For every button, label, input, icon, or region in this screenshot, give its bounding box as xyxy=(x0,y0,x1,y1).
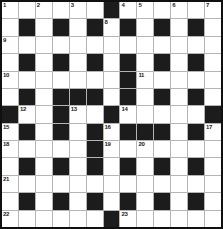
white-cell[interactable] xyxy=(154,211,170,227)
white-cell[interactable] xyxy=(87,72,103,88)
black-cell xyxy=(104,106,120,122)
clue-number: 7 xyxy=(206,2,209,9)
white-cell[interactable]: 18 xyxy=(2,141,18,157)
clue-number: 8 xyxy=(105,19,108,26)
white-cell[interactable]: 6 xyxy=(171,2,187,18)
black-cell xyxy=(70,89,86,105)
black-cell xyxy=(188,124,204,140)
white-cell[interactable]: 22 xyxy=(2,211,18,227)
white-cell[interactable] xyxy=(154,72,170,88)
white-cell[interactable] xyxy=(137,158,153,174)
black-cell xyxy=(87,141,103,157)
white-cell[interactable] xyxy=(87,176,103,192)
black-cell xyxy=(154,124,170,140)
black-cell xyxy=(19,124,35,140)
white-cell[interactable]: 15 xyxy=(2,124,18,140)
white-cell[interactable] xyxy=(171,141,187,157)
white-cell[interactable]: 9 xyxy=(2,37,18,53)
black-cell xyxy=(188,193,204,209)
white-cell[interactable] xyxy=(104,158,120,174)
black-cell xyxy=(19,158,35,174)
clue-number: 6 xyxy=(172,2,175,9)
white-cell[interactable]: 21 xyxy=(2,176,18,192)
white-cell[interactable] xyxy=(188,106,204,122)
white-cell[interactable] xyxy=(154,141,170,157)
white-cell[interactable] xyxy=(70,158,86,174)
white-cell[interactable] xyxy=(154,37,170,53)
clue-number: 11 xyxy=(138,72,144,79)
black-cell xyxy=(154,158,170,174)
clue-number: 18 xyxy=(3,141,9,148)
white-cell[interactable] xyxy=(137,19,153,35)
black-cell xyxy=(137,124,153,140)
clue-number: 22 xyxy=(3,211,9,218)
white-cell[interactable] xyxy=(205,211,221,227)
white-cell[interactable] xyxy=(154,106,170,122)
white-cell[interactable]: 10 xyxy=(2,72,18,88)
white-cell[interactable] xyxy=(53,2,69,18)
white-cell[interactable] xyxy=(36,72,52,88)
white-cell[interactable] xyxy=(70,211,86,227)
clue-number: 4 xyxy=(121,2,124,9)
white-cell[interactable] xyxy=(2,89,18,105)
white-cell[interactable]: 17 xyxy=(205,124,221,140)
black-cell xyxy=(188,158,204,174)
white-cell[interactable] xyxy=(36,141,52,157)
black-cell xyxy=(205,106,221,122)
clue-number: 15 xyxy=(3,124,9,131)
white-cell[interactable] xyxy=(137,106,153,122)
black-cell xyxy=(53,158,69,174)
white-cell[interactable] xyxy=(70,72,86,88)
white-cell[interactable]: 19 xyxy=(104,141,120,157)
white-cell[interactable] xyxy=(70,176,86,192)
black-cell xyxy=(19,193,35,209)
white-cell[interactable]: 14 xyxy=(120,106,136,122)
clue-number: 5 xyxy=(138,2,141,9)
crossword-board: 1234567891011121314151617181920212223 xyxy=(0,0,223,229)
white-cell[interactable] xyxy=(36,19,52,35)
white-cell[interactable] xyxy=(36,176,52,192)
black-cell xyxy=(53,106,69,122)
white-cell[interactable]: 7 xyxy=(205,2,221,18)
white-cell[interactable] xyxy=(188,141,204,157)
white-cell[interactable] xyxy=(171,54,187,70)
white-cell[interactable] xyxy=(188,176,204,192)
white-cell[interactable] xyxy=(70,54,86,70)
white-cell[interactable] xyxy=(137,193,153,209)
black-cell xyxy=(188,54,204,70)
black-cell xyxy=(19,54,35,70)
black-cell xyxy=(19,19,35,35)
white-cell[interactable] xyxy=(188,72,204,88)
white-cell[interactable] xyxy=(36,54,52,70)
clue-number: 20 xyxy=(138,141,144,148)
black-cell xyxy=(53,54,69,70)
white-cell[interactable] xyxy=(2,158,18,174)
white-cell[interactable] xyxy=(205,37,221,53)
white-cell[interactable]: 13 xyxy=(70,106,86,122)
white-cell[interactable]: 11 xyxy=(137,72,153,88)
black-cell xyxy=(154,54,170,70)
white-cell[interactable] xyxy=(70,124,86,140)
white-cell[interactable] xyxy=(70,37,86,53)
white-cell[interactable] xyxy=(188,37,204,53)
white-cell[interactable] xyxy=(171,211,187,227)
white-cell[interactable]: 16 xyxy=(104,124,120,140)
white-cell[interactable] xyxy=(104,193,120,209)
white-cell[interactable] xyxy=(53,72,69,88)
white-cell[interactable]: 8 xyxy=(104,19,120,35)
white-cell[interactable] xyxy=(205,158,221,174)
black-cell xyxy=(104,211,120,227)
white-cell[interactable] xyxy=(171,106,187,122)
white-cell[interactable] xyxy=(87,37,103,53)
white-cell[interactable] xyxy=(19,72,35,88)
white-cell[interactable] xyxy=(171,193,187,209)
white-cell[interactable] xyxy=(53,37,69,53)
white-cell[interactable]: 5 xyxy=(137,2,153,18)
white-cell[interactable] xyxy=(188,211,204,227)
black-cell xyxy=(87,54,103,70)
clue-number: 3 xyxy=(71,2,74,9)
white-cell[interactable] xyxy=(87,106,103,122)
white-cell[interactable] xyxy=(205,72,221,88)
black-cell xyxy=(154,193,170,209)
white-cell[interactable] xyxy=(87,211,103,227)
clue-number: 12 xyxy=(20,106,26,113)
white-cell[interactable] xyxy=(70,19,86,35)
white-cell[interactable] xyxy=(36,124,52,140)
white-cell[interactable] xyxy=(120,37,136,53)
white-cell[interactable] xyxy=(188,2,204,18)
black-cell xyxy=(87,193,103,209)
clue-number: 14 xyxy=(121,106,127,113)
black-cell xyxy=(104,2,120,18)
white-cell[interactable] xyxy=(53,141,69,157)
white-cell[interactable] xyxy=(205,176,221,192)
white-cell[interactable] xyxy=(205,19,221,35)
black-cell xyxy=(53,193,69,209)
white-cell[interactable] xyxy=(104,54,120,70)
white-cell[interactable] xyxy=(137,89,153,105)
white-cell[interactable] xyxy=(154,2,170,18)
white-cell[interactable] xyxy=(36,106,52,122)
white-cell[interactable] xyxy=(53,211,69,227)
black-cell xyxy=(120,193,136,209)
black-cell xyxy=(154,19,170,35)
white-cell[interactable] xyxy=(2,19,18,35)
white-cell[interactable] xyxy=(171,89,187,105)
white-cell[interactable] xyxy=(53,176,69,192)
white-cell[interactable] xyxy=(70,141,86,157)
black-cell xyxy=(53,19,69,35)
white-cell[interactable] xyxy=(171,176,187,192)
white-cell[interactable] xyxy=(137,37,153,53)
white-cell[interactable]: 1 xyxy=(2,2,18,18)
clue-number: 16 xyxy=(105,124,111,131)
black-cell xyxy=(87,158,103,174)
white-cell[interactable] xyxy=(205,193,221,209)
white-cell[interactable] xyxy=(137,176,153,192)
black-cell xyxy=(87,19,103,35)
black-cell xyxy=(120,72,136,88)
white-cell[interactable] xyxy=(2,193,18,209)
white-cell[interactable] xyxy=(171,72,187,88)
white-cell[interactable] xyxy=(104,72,120,88)
white-cell[interactable]: 4 xyxy=(120,2,136,18)
white-cell[interactable]: 20 xyxy=(137,141,153,157)
black-cell xyxy=(120,89,136,105)
white-cell[interactable] xyxy=(19,211,35,227)
white-cell[interactable] xyxy=(36,158,52,174)
white-cell[interactable]: 2 xyxy=(36,2,52,18)
black-cell xyxy=(87,89,103,105)
clue-number: 9 xyxy=(3,37,6,44)
black-cell xyxy=(120,124,136,140)
white-cell[interactable] xyxy=(154,176,170,192)
white-cell[interactable] xyxy=(87,2,103,18)
black-cell xyxy=(188,19,204,35)
white-cell[interactable] xyxy=(104,89,120,105)
white-cell[interactable] xyxy=(19,2,35,18)
white-cell[interactable] xyxy=(2,54,18,70)
white-cell[interactable] xyxy=(19,141,35,157)
clue-number: 13 xyxy=(71,106,77,113)
white-cell[interactable] xyxy=(36,89,52,105)
white-cell[interactable] xyxy=(19,176,35,192)
white-cell[interactable] xyxy=(19,37,35,53)
white-cell[interactable] xyxy=(171,37,187,53)
white-cell[interactable] xyxy=(104,176,120,192)
white-cell[interactable] xyxy=(36,211,52,227)
white-cell[interactable]: 3 xyxy=(70,2,86,18)
black-cell xyxy=(19,89,35,105)
clue-number: 1 xyxy=(3,2,6,9)
white-cell[interactable] xyxy=(104,37,120,53)
black-cell xyxy=(188,89,204,105)
black-cell xyxy=(2,106,18,122)
white-cell[interactable] xyxy=(171,19,187,35)
clue-number: 2 xyxy=(37,2,40,9)
white-cell[interactable] xyxy=(120,176,136,192)
black-cell xyxy=(87,124,103,140)
white-cell[interactable]: 23 xyxy=(120,211,136,227)
clue-number: 19 xyxy=(105,141,111,148)
black-cell xyxy=(53,89,69,105)
white-cell[interactable]: 12 xyxy=(19,106,35,122)
clue-number: 23 xyxy=(121,211,127,218)
white-cell[interactable] xyxy=(70,193,86,209)
black-cell xyxy=(120,158,136,174)
white-cell[interactable] xyxy=(137,54,153,70)
black-cell xyxy=(120,19,136,35)
white-cell[interactable] xyxy=(205,54,221,70)
white-cell[interactable] xyxy=(120,141,136,157)
white-cell[interactable] xyxy=(171,158,187,174)
clue-number: 10 xyxy=(3,72,9,79)
white-cell[interactable] xyxy=(205,89,221,105)
clue-number: 17 xyxy=(206,124,212,131)
black-cell xyxy=(53,124,69,140)
white-cell[interactable] xyxy=(171,124,187,140)
clue-number: 21 xyxy=(3,176,9,183)
white-cell[interactable] xyxy=(137,211,153,227)
black-cell xyxy=(154,89,170,105)
black-cell xyxy=(120,54,136,70)
white-cell[interactable] xyxy=(205,141,221,157)
white-cell[interactable] xyxy=(36,193,52,209)
white-cell[interactable] xyxy=(36,37,52,53)
